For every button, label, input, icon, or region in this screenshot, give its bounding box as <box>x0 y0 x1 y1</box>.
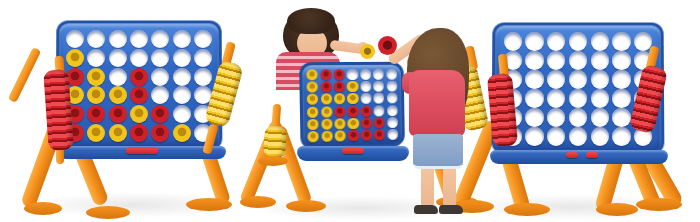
right-cell-r5c5 <box>589 108 611 127</box>
empty-hole <box>360 81 371 92</box>
empty-hole <box>173 30 191 48</box>
middle-cell-r3c3 <box>333 93 347 106</box>
empty-hole <box>591 108 609 126</box>
empty-hole <box>360 93 371 104</box>
middle-cell-r6c1 <box>306 131 320 144</box>
left-cell-r5c3 <box>107 105 128 124</box>
left-cell-r4c3 <box>107 86 128 105</box>
left-cell-r3c3 <box>107 67 128 86</box>
right-cell-r1c6 <box>611 32 633 51</box>
empty-hole <box>194 68 212 86</box>
empty-hole <box>151 86 169 104</box>
child-right-denim-shorts <box>413 134 463 169</box>
empty-hole <box>591 127 609 145</box>
left-cell-r4c5 <box>150 86 171 105</box>
left-cell-r2c7 <box>193 49 214 68</box>
middle-cell-r5c2 <box>320 118 334 131</box>
empty-hole <box>547 70 565 88</box>
yellow-disc <box>87 86 105 104</box>
yellow-disc <box>307 81 319 93</box>
release-slider <box>126 147 158 154</box>
board-left-grid <box>64 30 214 142</box>
right-cell-r3c6 <box>611 70 633 89</box>
empty-hole <box>130 49 148 67</box>
empty-hole <box>612 108 630 126</box>
child-right-leg <box>421 164 434 208</box>
left-cell-r1c6 <box>171 30 192 49</box>
leg-foot <box>86 206 130 219</box>
yellow-disc <box>130 105 148 123</box>
empty-hole <box>109 49 127 67</box>
yellow-disc <box>307 131 319 143</box>
right-cell-r1c1 <box>502 32 524 51</box>
right-cell-r1c5 <box>589 32 611 51</box>
empty-hole <box>525 32 543 50</box>
middle-cell-r4c1 <box>306 106 320 119</box>
right-cell-r4c6 <box>611 89 633 108</box>
yellow-disc <box>334 118 345 130</box>
ring-pole-foot <box>258 156 288 166</box>
middle-cell-r2c6 <box>372 80 385 92</box>
middle-cell-r2c2 <box>319 81 333 94</box>
middle-cell-r6c4 <box>347 129 360 142</box>
child-left-bangs <box>287 8 335 34</box>
empty-hole <box>547 89 565 107</box>
yellow-disc <box>306 69 318 81</box>
leg-foot <box>240 196 276 208</box>
held-red-disc <box>378 36 397 55</box>
right-cell-r1c3 <box>545 32 567 51</box>
board-right-base <box>490 150 668 164</box>
left-cell-r3c5 <box>150 67 171 86</box>
empty-hole <box>525 89 543 107</box>
yellow-disc <box>347 93 358 104</box>
middle-cell-r4c6 <box>373 104 386 116</box>
empty-hole <box>569 51 587 69</box>
empty-hole <box>373 68 384 79</box>
right-cell-r4c2 <box>524 89 546 108</box>
child-right-leg <box>443 164 456 208</box>
right-cell-r2c2 <box>524 51 546 70</box>
orange-pole <box>8 47 42 103</box>
red-disc <box>334 106 345 118</box>
empty-hole <box>66 30 84 48</box>
right-cell-r6c3 <box>545 127 567 146</box>
leg-foot <box>636 198 682 211</box>
board-right-grid <box>502 32 654 146</box>
middle-cell-r3c7 <box>385 92 398 104</box>
right-cell-r5c6 <box>611 108 633 127</box>
right-cell-r5c4 <box>567 108 589 127</box>
middle-cell-r2c4 <box>346 80 359 92</box>
middle-cell-r3c1 <box>306 93 320 106</box>
empty-hole <box>569 32 587 50</box>
empty-hole <box>525 108 543 126</box>
yellow-disc <box>334 93 345 105</box>
empty-hole <box>173 86 191 104</box>
yellow-disc <box>109 124 127 142</box>
right-cell-r1c4 <box>567 32 589 51</box>
empty-hole <box>525 127 543 145</box>
red-disc <box>130 86 148 104</box>
child-right-shirt <box>409 70 465 136</box>
empty-hole <box>173 68 191 86</box>
leg-foot <box>504 203 550 216</box>
middle-cell-r5c1 <box>306 118 320 131</box>
middle-cell-r6c6 <box>373 129 386 142</box>
middle-cell-r5c6 <box>373 117 386 130</box>
middle-cell-r1c7 <box>385 68 398 80</box>
red-disc <box>374 117 385 128</box>
empty-hole <box>591 32 609 50</box>
middle-cell-r5c4 <box>347 117 360 130</box>
middle-cell-r3c4 <box>346 93 359 106</box>
middle-cell-r4c5 <box>360 105 373 118</box>
empty-hole <box>547 127 565 145</box>
red-disc <box>347 105 358 116</box>
empty-hole <box>374 105 385 116</box>
empty-hole <box>87 49 105 67</box>
left-cell-r6c2 <box>85 123 106 142</box>
empty-hole <box>612 32 630 50</box>
empty-hole <box>569 89 587 107</box>
left-cell-r5c5 <box>150 105 171 124</box>
left-cell-r1c7 <box>193 30 214 49</box>
middle-cell-r1c5 <box>359 68 372 80</box>
red-disc <box>333 69 344 80</box>
middle-cell-r5c7 <box>386 116 399 128</box>
middle-cell-r2c1 <box>306 81 320 94</box>
empty-hole <box>387 105 398 116</box>
middle-cell-r2c5 <box>359 80 372 92</box>
empty-hole <box>347 69 358 80</box>
middle-cell-r5c3 <box>333 117 347 130</box>
middle-cell-r4c7 <box>386 104 399 116</box>
yellow-disc <box>87 124 105 142</box>
left-cell-r5c6 <box>171 105 192 124</box>
yellow-disc <box>320 93 332 105</box>
left-cell-r4c6 <box>171 86 192 105</box>
left-cell-r6c4 <box>128 123 149 142</box>
middle-cell-r6c3 <box>333 130 347 143</box>
leg-foot <box>286 200 326 212</box>
empty-hole <box>360 68 371 79</box>
child-right-sandal <box>439 205 463 214</box>
middle-cell-r3c2 <box>319 93 333 106</box>
ring-pole <box>56 148 64 164</box>
red-disc <box>151 105 169 123</box>
empty-hole <box>591 70 609 88</box>
right-cell-r1c2 <box>524 32 546 51</box>
empty-hole <box>173 49 191 67</box>
empty-hole <box>387 129 398 140</box>
middle-cell-r6c2 <box>320 130 334 143</box>
empty-hole <box>130 30 148 48</box>
empty-hole <box>569 127 587 145</box>
red-disc <box>348 130 359 142</box>
middle-cell-r6c5 <box>360 129 373 142</box>
right-cell-r3c5 <box>589 70 611 89</box>
empty-hole <box>194 30 212 48</box>
left-cell-r6c6 <box>171 123 192 142</box>
right-cell-r3c4 <box>567 70 589 89</box>
left-cell-r3c4 <box>128 67 149 86</box>
empty-hole <box>612 127 630 145</box>
child-right-sandal <box>414 205 438 214</box>
right-cell-r3c2 <box>524 70 546 89</box>
empty-hole <box>373 81 384 92</box>
empty-hole <box>504 32 522 50</box>
empty-hole <box>109 30 127 48</box>
empty-hole <box>547 108 565 126</box>
red-disc <box>130 124 148 142</box>
yellow-disc <box>321 106 332 118</box>
middle-cell-r1c6 <box>372 68 385 80</box>
yellow-disc <box>66 49 84 67</box>
empty-hole <box>525 51 543 69</box>
release-slider <box>586 152 598 158</box>
left-cell-r1c2 <box>85 30 106 49</box>
right-cell-r2c4 <box>567 51 589 70</box>
empty-hole <box>109 68 127 86</box>
empty-hole <box>591 89 609 107</box>
empty-hole <box>151 30 169 48</box>
right-cell-r4c4 <box>567 89 589 108</box>
left-cell-r3c6 <box>171 67 192 86</box>
middle-cell-r4c2 <box>320 105 334 118</box>
red-disc <box>361 130 372 142</box>
leg-foot <box>596 203 638 216</box>
left-cell-r4c4 <box>128 86 149 105</box>
red-disc <box>320 69 332 80</box>
middle-cell-r2c7 <box>385 80 398 92</box>
empty-hole <box>569 108 587 126</box>
right-cell-r6c4 <box>567 127 589 146</box>
red-disc <box>374 129 385 140</box>
red-disc <box>361 105 372 116</box>
empty-hole <box>387 93 398 104</box>
release-slider <box>342 148 364 154</box>
right-cell-r6c2 <box>524 127 546 146</box>
yellow-disc <box>307 106 319 118</box>
middle-cell-r1c1 <box>305 68 319 81</box>
left-cell-r2c2 <box>85 49 106 68</box>
middle-cell-r6c7 <box>386 128 399 141</box>
empty-hole <box>612 89 630 107</box>
empty-hole <box>374 93 385 104</box>
right-cell-r2c3 <box>545 51 567 70</box>
middle-cell-r4c3 <box>333 105 347 118</box>
empty-hole <box>194 49 212 67</box>
left-cell-r1c4 <box>128 30 149 49</box>
yellow-disc <box>87 68 105 86</box>
yellow-disc <box>335 130 346 142</box>
middle-cell-r3c5 <box>359 92 372 104</box>
yellow-disc <box>321 131 332 143</box>
middle-cell-r5c5 <box>360 117 373 130</box>
left-cell-r3c2 <box>85 67 106 86</box>
empty-hole <box>547 51 565 69</box>
right-cell-r6c6 <box>611 127 633 146</box>
leg-foot <box>186 198 232 211</box>
empty-hole <box>173 105 191 123</box>
red-disc <box>151 124 169 142</box>
empty-hole <box>547 32 565 50</box>
yellow-disc <box>307 119 319 131</box>
left-cell-r1c1 <box>64 30 85 49</box>
left-cell-r2c6 <box>171 49 192 68</box>
held-yellow-disc <box>360 44 375 59</box>
left-cell-r6c5 <box>150 123 171 142</box>
product-photo-scene <box>0 0 700 222</box>
right-cell-r2c6 <box>611 51 633 70</box>
yellow-disc <box>347 81 358 92</box>
board-middle-grid <box>305 68 399 144</box>
middle-cell-r4c4 <box>346 105 359 118</box>
red-disc <box>334 81 345 92</box>
empty-hole <box>386 80 397 91</box>
right-cell-r6c5 <box>589 127 611 146</box>
red-disc <box>109 105 127 123</box>
left-cell-r2c5 <box>150 49 171 68</box>
left-cell-r5c2 <box>85 105 106 124</box>
left-cell-r1c3 <box>107 30 128 49</box>
yellow-disc <box>348 118 359 130</box>
middle-cell-r1c3 <box>332 68 346 80</box>
red-disc <box>130 68 148 86</box>
empty-hole <box>386 68 397 79</box>
empty-hole <box>525 70 543 88</box>
right-cell-r2c5 <box>589 51 611 70</box>
yellow-disc <box>109 86 127 104</box>
empty-hole <box>612 70 630 88</box>
middle-cell-r3c6 <box>372 92 385 104</box>
empty-hole <box>612 51 630 69</box>
red-disc <box>87 105 105 123</box>
right-cell-r4c3 <box>545 89 567 108</box>
left-cell-r6c3 <box>107 123 128 142</box>
empty-hole <box>387 117 398 128</box>
yellow-ring-stack <box>263 125 287 158</box>
right-cell-r5c2 <box>524 108 546 127</box>
middle-cell-r2c3 <box>333 80 347 93</box>
yellow-disc <box>321 118 332 130</box>
red-disc <box>361 117 372 128</box>
right-cell-r3c3 <box>545 70 567 89</box>
yellow-disc <box>173 124 191 142</box>
empty-hole <box>151 49 169 67</box>
empty-hole <box>87 30 105 48</box>
red-disc <box>320 81 332 92</box>
right-cell-r5c3 <box>545 108 567 127</box>
empty-hole <box>569 70 587 88</box>
left-cell-r4c2 <box>85 86 106 105</box>
middle-cell-r1c2 <box>319 68 333 81</box>
leg-foot <box>24 202 62 215</box>
left-cell-r5c4 <box>128 105 149 124</box>
release-slider <box>566 152 578 158</box>
empty-hole <box>591 51 609 69</box>
yellow-disc <box>307 94 319 106</box>
left-cell-r1c5 <box>150 30 171 49</box>
left-cell-r3c7 <box>193 67 214 86</box>
left-cell-r2c3 <box>107 49 128 68</box>
middle-cell-r1c4 <box>346 68 359 80</box>
empty-hole <box>151 68 169 86</box>
left-cell-r2c4 <box>128 49 149 68</box>
right-cell-r4c5 <box>589 89 611 108</box>
left-cell-r2c1 <box>64 49 85 68</box>
